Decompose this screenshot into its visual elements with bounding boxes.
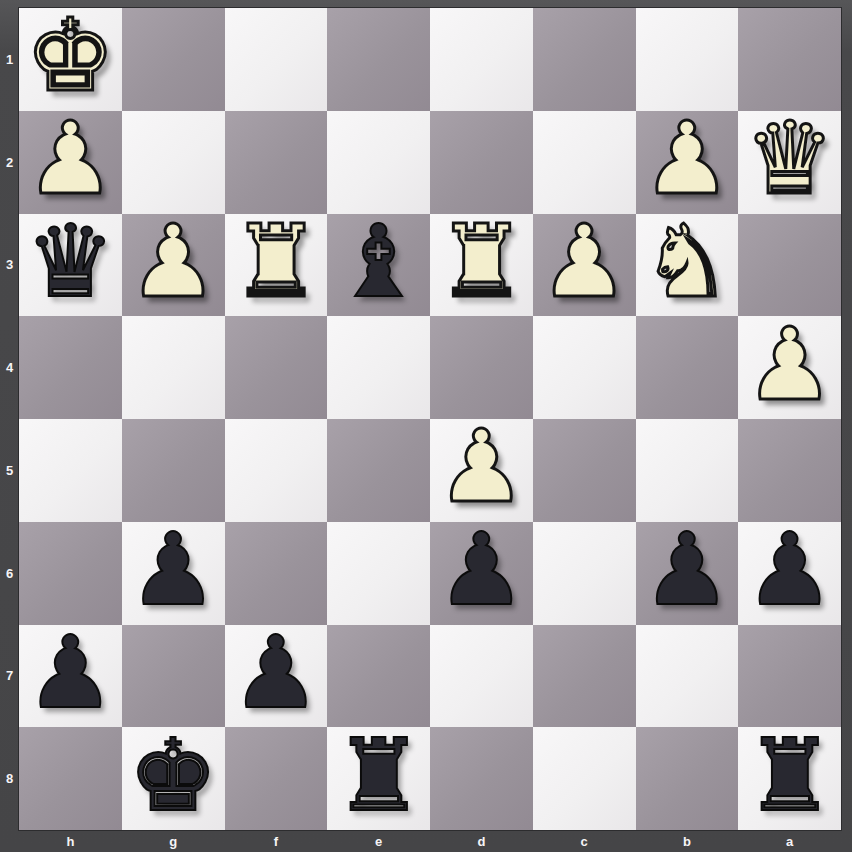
square-a7[interactable] (738, 625, 841, 728)
square-c8[interactable] (533, 727, 636, 830)
square-e5[interactable] (327, 419, 430, 522)
square-b2[interactable]: ♟ (636, 111, 739, 214)
square-d1[interactable] (430, 8, 533, 111)
square-g8[interactable]: ♚ (122, 727, 225, 830)
file-label-f: f (225, 830, 328, 852)
file-label-g: g (122, 830, 225, 852)
square-g6[interactable]: ♟ (122, 522, 225, 625)
square-e8[interactable]: ♜ (327, 727, 430, 830)
white-pawn-b2[interactable]: ♟ (642, 111, 732, 209)
square-a4[interactable]: ♟ (738, 316, 841, 419)
white-queen-a2[interactable]: ♛ (745, 111, 835, 209)
square-g1[interactable] (122, 8, 225, 111)
square-e2[interactable] (327, 111, 430, 214)
square-h2[interactable]: ♟ (19, 111, 122, 214)
square-b5[interactable] (636, 419, 739, 522)
board: ♚♟♟♛♛♟♜♝♜♟♞♟♟♟♟♟♟♟♟♚♜♜ (19, 8, 841, 830)
square-b6[interactable]: ♟ (636, 522, 739, 625)
square-a6[interactable]: ♟ (738, 522, 841, 625)
rank-label-2: 2 (0, 111, 19, 214)
white-knight-b3[interactable]: ♞ (642, 214, 732, 312)
square-h5[interactable] (19, 419, 122, 522)
square-f2[interactable] (225, 111, 328, 214)
square-c7[interactable] (533, 625, 636, 728)
square-e6[interactable] (327, 522, 430, 625)
square-b1[interactable] (636, 8, 739, 111)
square-c1[interactable] (533, 8, 636, 111)
white-pawn-d5[interactable]: ♟ (437, 419, 527, 517)
square-h3[interactable]: ♛ (19, 214, 122, 317)
rank-label-5: 5 (0, 419, 19, 522)
square-f3[interactable]: ♜ (225, 214, 328, 317)
square-f4[interactable] (225, 316, 328, 419)
rank-labels: 12345678 (0, 8, 19, 830)
square-e7[interactable] (327, 625, 430, 728)
white-pawn-c3[interactable]: ♟ (539, 214, 629, 312)
square-e3[interactable]: ♝ (327, 214, 430, 317)
square-f6[interactable] (225, 522, 328, 625)
square-f8[interactable] (225, 727, 328, 830)
square-g5[interactable] (122, 419, 225, 522)
white-rook-d3[interactable]: ♜ (437, 214, 527, 312)
rank-label-6: 6 (0, 522, 19, 625)
square-a5[interactable] (738, 419, 841, 522)
square-h1[interactable]: ♚ (19, 8, 122, 111)
square-e1[interactable] (327, 8, 430, 111)
square-c3[interactable]: ♟ (533, 214, 636, 317)
square-g4[interactable] (122, 316, 225, 419)
white-rook-f3[interactable]: ♜ (231, 214, 321, 312)
file-label-a: a (738, 830, 841, 852)
black-pawn-b6[interactable]: ♟ (642, 522, 732, 620)
black-rook-a8[interactable]: ♜ (745, 727, 835, 825)
square-d3[interactable]: ♜ (430, 214, 533, 317)
square-c5[interactable] (533, 419, 636, 522)
file-label-e: e (327, 830, 430, 852)
square-a1[interactable] (738, 8, 841, 111)
square-e4[interactable] (327, 316, 430, 419)
square-h6[interactable] (19, 522, 122, 625)
black-bishop-e3[interactable]: ♝ (334, 214, 424, 312)
square-a2[interactable]: ♛ (738, 111, 841, 214)
square-g3[interactable]: ♟ (122, 214, 225, 317)
file-label-d: d (430, 830, 533, 852)
rank-label-4: 4 (0, 316, 19, 419)
square-d6[interactable]: ♟ (430, 522, 533, 625)
square-d8[interactable] (430, 727, 533, 830)
square-g7[interactable] (122, 625, 225, 728)
board-frame: 12345678 ♚♟♟♛♛♟♜♝♜♟♞♟♟♟♟♟♟♟♟♚♜♜ hgfedcba (0, 0, 852, 852)
white-pawn-a4[interactable]: ♟ (745, 316, 835, 414)
square-c4[interactable] (533, 316, 636, 419)
black-pawn-h7[interactable]: ♟ (26, 625, 116, 723)
white-pawn-g3[interactable]: ♟ (128, 214, 218, 312)
rank-label-7: 7 (0, 625, 19, 728)
square-c6[interactable] (533, 522, 636, 625)
square-f7[interactable]: ♟ (225, 625, 328, 728)
file-label-b: b (636, 830, 739, 852)
square-h7[interactable]: ♟ (19, 625, 122, 728)
square-b7[interactable] (636, 625, 739, 728)
file-label-h: h (19, 830, 122, 852)
square-d5[interactable]: ♟ (430, 419, 533, 522)
square-g2[interactable] (122, 111, 225, 214)
square-b4[interactable] (636, 316, 739, 419)
rank-label-8: 8 (0, 727, 19, 830)
black-pawn-d6[interactable]: ♟ (437, 522, 527, 620)
square-d4[interactable] (430, 316, 533, 419)
file-label-c: c (533, 830, 636, 852)
black-pawn-g6[interactable]: ♟ (128, 522, 218, 620)
square-a3[interactable] (738, 214, 841, 317)
rank-label-1: 1 (0, 8, 19, 111)
square-a8[interactable]: ♜ (738, 727, 841, 830)
square-b8[interactable] (636, 727, 739, 830)
white-pawn-h2[interactable]: ♟ (26, 111, 116, 209)
black-pawn-f7[interactable]: ♟ (231, 625, 321, 723)
black-king-g8[interactable]: ♚ (128, 727, 218, 825)
square-d7[interactable] (430, 625, 533, 728)
square-f1[interactable] (225, 8, 328, 111)
square-f5[interactable] (225, 419, 328, 522)
square-h8[interactable] (19, 727, 122, 830)
square-b3[interactable]: ♞ (636, 214, 739, 317)
black-queen-h3[interactable]: ♛ (26, 214, 116, 312)
square-c2[interactable] (533, 111, 636, 214)
white-king-h1[interactable]: ♚ (26, 8, 116, 106)
square-h4[interactable] (19, 316, 122, 419)
rank-label-3: 3 (0, 214, 19, 317)
black-rook-e8[interactable]: ♜ (334, 727, 424, 825)
black-pawn-a6[interactable]: ♟ (745, 522, 835, 620)
square-d2[interactable] (430, 111, 533, 214)
file-labels: hgfedcba (19, 830, 841, 852)
